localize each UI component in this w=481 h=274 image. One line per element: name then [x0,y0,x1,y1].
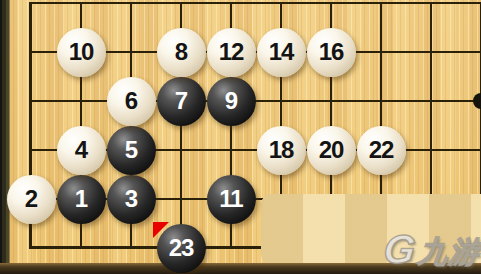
board-left-edge [0,0,10,274]
jiuyou-watermark: G 九游 [382,231,481,267]
grid-line-v-2 [130,2,132,249]
go-board-diagram: 123456789101112141618202223 G 九游 [0,0,481,274]
jiuyou-logo-text: 九游 [416,237,481,267]
jiuyou-logo-icon: G [382,231,417,267]
star-point [473,93,481,109]
grid-line-h-1 [30,51,481,53]
grid-line-v-3 [180,2,182,249]
grid-line-v-0 [29,2,32,249]
last-move-marker [153,222,169,238]
grid-line-h-3 [30,149,481,151]
grid-line-v-4 [230,2,232,249]
grid-line-h-0 [30,2,481,4]
grid-line-h-2 [30,100,481,102]
grid-line-v-1 [80,2,82,249]
